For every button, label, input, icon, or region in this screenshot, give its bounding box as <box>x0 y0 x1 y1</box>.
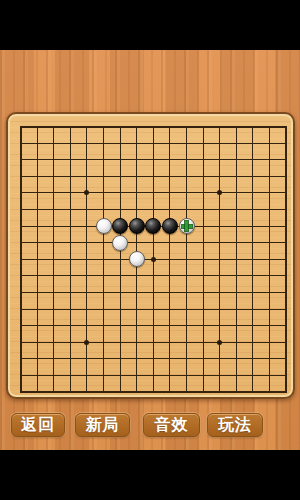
back-button[interactable]: 返回 <box>11 413 65 437</box>
grid-line-v <box>269 126 270 393</box>
grid-line-h <box>20 391 287 393</box>
status-bar-bottom <box>0 450 300 500</box>
stone-black <box>145 218 161 234</box>
new-game-button[interactable]: 新局 <box>75 413 130 437</box>
stone-white <box>129 251 145 267</box>
grid-line-h <box>20 292 287 293</box>
stone-black <box>112 218 128 234</box>
grid-line-h <box>20 309 287 310</box>
star-point <box>84 340 89 345</box>
grid-line-v <box>236 126 237 393</box>
stone-black <box>129 218 145 234</box>
grid-line-h <box>20 358 287 359</box>
star-point <box>151 257 156 262</box>
grid-line-v <box>186 126 187 393</box>
stone-white <box>96 218 112 234</box>
sound-button[interactable]: 音效 <box>143 413 200 437</box>
grid-line-v <box>252 126 253 393</box>
star-point <box>84 190 89 195</box>
status-bar-top <box>0 0 300 50</box>
app-screen: 欢乐五子棋 返回 新局 音效 玩法 <box>0 0 300 500</box>
grid-line-v <box>203 126 204 393</box>
grid-line-h <box>20 342 287 343</box>
star-point <box>217 340 222 345</box>
star-point <box>217 190 222 195</box>
grid-line-v <box>219 126 220 393</box>
grid-line-v <box>169 126 170 393</box>
grid-line-h <box>20 375 287 376</box>
grid-line-h <box>20 275 287 276</box>
grid-line-h <box>20 325 287 326</box>
stone-white <box>179 218 195 234</box>
board-grid[interactable] <box>20 126 287 393</box>
grid-line-v <box>285 126 287 393</box>
rules-button[interactable]: 玩法 <box>207 413 263 437</box>
last-move-marker-icon <box>182 221 192 231</box>
stone-black <box>162 218 178 234</box>
gomoku-board[interactable] <box>6 112 295 399</box>
wood-background: 欢乐五子棋 返回 新局 音效 玩法 <box>0 50 300 450</box>
stone-white <box>112 235 128 251</box>
